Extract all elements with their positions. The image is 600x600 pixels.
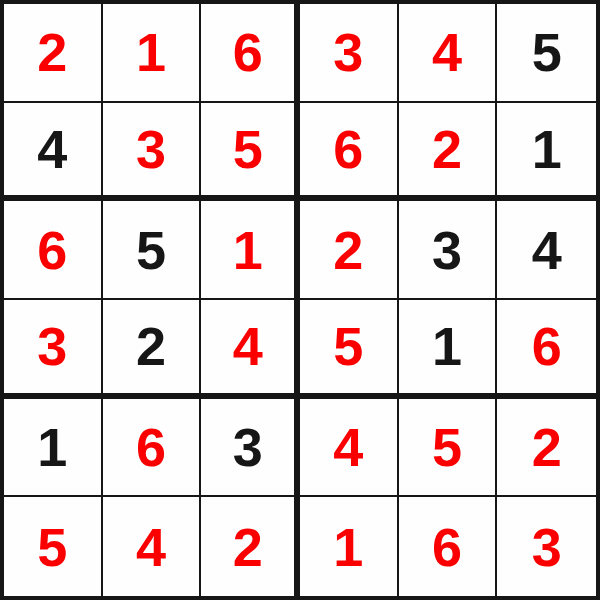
cell-r4c3[interactable]: 4 <box>201 300 300 399</box>
cell-r1c4[interactable]: 3 <box>300 4 399 103</box>
cell-r5c5[interactable]: 5 <box>399 399 498 498</box>
cell-r5c4[interactable]: 4 <box>300 399 399 498</box>
cell-r6c2[interactable]: 4 <box>103 497 202 596</box>
cell-r3c3[interactable]: 1 <box>201 201 300 300</box>
cell-r1c5[interactable]: 4 <box>399 4 498 103</box>
cell-r2c4[interactable]: 6 <box>300 103 399 202</box>
cell-r5c1[interactable]: 1 <box>4 399 103 498</box>
cell-r6c1[interactable]: 5 <box>4 497 103 596</box>
cell-r3c5[interactable]: 3 <box>399 201 498 300</box>
cell-r2c2[interactable]: 3 <box>103 103 202 202</box>
cell-r1c1[interactable]: 2 <box>4 4 103 103</box>
cell-r6c3[interactable]: 2 <box>201 497 300 596</box>
cell-r1c2[interactable]: 1 <box>103 4 202 103</box>
cell-r6c6[interactable]: 3 <box>497 497 596 596</box>
cell-r1c6[interactable]: 5 <box>497 4 596 103</box>
cell-r3c6[interactable]: 4 <box>497 201 596 300</box>
cell-r4c6[interactable]: 6 <box>497 300 596 399</box>
cell-r6c4[interactable]: 1 <box>300 497 399 596</box>
cell-r5c6[interactable]: 2 <box>497 399 596 498</box>
cell-r6c5[interactable]: 6 <box>399 497 498 596</box>
cell-r4c2[interactable]: 2 <box>103 300 202 399</box>
sudoku-board: 216345435621651234324516163452542163 <box>0 0 600 600</box>
cell-r1c3[interactable]: 6 <box>201 4 300 103</box>
cell-r5c3[interactable]: 3 <box>201 399 300 498</box>
cell-r3c1[interactable]: 6 <box>4 201 103 300</box>
cell-r2c5[interactable]: 2 <box>399 103 498 202</box>
cell-r4c4[interactable]: 5 <box>300 300 399 399</box>
cell-r5c2[interactable]: 6 <box>103 399 202 498</box>
cell-r4c1[interactable]: 3 <box>4 300 103 399</box>
cell-r3c4[interactable]: 2 <box>300 201 399 300</box>
cell-r2c3[interactable]: 5 <box>201 103 300 202</box>
cell-r2c6[interactable]: 1 <box>497 103 596 202</box>
cell-r4c5[interactable]: 1 <box>399 300 498 399</box>
cell-r3c2[interactable]: 5 <box>103 201 202 300</box>
cell-r2c1[interactable]: 4 <box>4 103 103 202</box>
